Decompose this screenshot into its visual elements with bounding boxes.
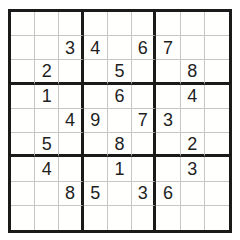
sudoku-cell-r2c3-given[interactable]: 3 xyxy=(59,36,83,60)
sudoku-cell-r2c7-given[interactable]: 7 xyxy=(156,36,180,60)
sudoku-cell-r7c9-empty[interactable] xyxy=(205,157,229,181)
sudoku-cell-r7c5-given[interactable]: 1 xyxy=(108,157,132,181)
sudoku-cell-r8c6-given[interactable]: 3 xyxy=(132,182,156,206)
sudoku-cell-r9c1-empty[interactable] xyxy=(11,206,35,230)
sudoku-cell-r9c3-empty[interactable] xyxy=(59,206,83,230)
sudoku-cell-r4c1-empty[interactable] xyxy=(11,85,35,109)
sudoku-cell-r7c8-given[interactable]: 3 xyxy=(181,157,205,181)
sudoku-cell-r2c5-empty[interactable] xyxy=(108,36,132,60)
sudoku-cell-r1c8-empty[interactable] xyxy=(181,12,205,36)
sudoku-cell-r2c6-given[interactable]: 6 xyxy=(132,36,156,60)
sudoku-cell-r9c9-empty[interactable] xyxy=(205,206,229,230)
sudoku-cell-r6c4-empty[interactable] xyxy=(84,133,108,157)
sudoku-cell-r2c2-empty[interactable] xyxy=(35,36,59,60)
sudoku-cell-r8c5-empty[interactable] xyxy=(108,182,132,206)
sudoku-cell-r9c6-empty[interactable] xyxy=(132,206,156,230)
sudoku-cell-r5c8-empty[interactable] xyxy=(181,109,205,133)
sudoku-cell-r5c9-empty[interactable] xyxy=(205,109,229,133)
sudoku-cell-r1c9-empty[interactable] xyxy=(205,12,229,36)
sudoku-cell-r2c8-empty[interactable] xyxy=(181,36,205,60)
sudoku-cell-r7c6-empty[interactable] xyxy=(132,157,156,181)
sudoku-cell-r2c9-empty[interactable] xyxy=(205,36,229,60)
sudoku-cell-r3c9-empty[interactable] xyxy=(205,60,229,84)
sudoku-cell-r7c3-empty[interactable] xyxy=(59,157,83,181)
sudoku-cell-r3c6-empty[interactable] xyxy=(132,60,156,84)
sudoku-cell-r1c3-empty[interactable] xyxy=(59,12,83,36)
sudoku-cell-r4c9-empty[interactable] xyxy=(205,85,229,109)
sudoku-cell-r3c1-empty[interactable] xyxy=(11,60,35,84)
sudoku-cell-r1c4-empty[interactable] xyxy=(84,12,108,36)
sudoku-cell-r6c7-empty[interactable] xyxy=(156,133,180,157)
sudoku-cell-r3c2-given[interactable]: 2 xyxy=(35,60,59,84)
sudoku-cell-r6c2-given[interactable]: 5 xyxy=(35,133,59,157)
sudoku-cell-r4c8-given[interactable]: 4 xyxy=(181,85,205,109)
sudoku-cell-r9c4-empty[interactable] xyxy=(84,206,108,230)
sudoku-cell-r1c2-empty[interactable] xyxy=(35,12,59,36)
sudoku-cell-r6c9-empty[interactable] xyxy=(205,133,229,157)
sudoku-cell-r8c3-given[interactable]: 8 xyxy=(59,182,83,206)
sudoku-cell-r4c2-given[interactable]: 1 xyxy=(35,85,59,109)
sudoku-cell-r2c1-empty[interactable] xyxy=(11,36,35,60)
sudoku-cell-r5c7-given[interactable]: 3 xyxy=(156,109,180,133)
sudoku-cell-r9c2-empty[interactable] xyxy=(35,206,59,230)
sudoku-cell-r8c8-empty[interactable] xyxy=(181,182,205,206)
sudoku-cell-r4c6-empty[interactable] xyxy=(132,85,156,109)
sudoku-cell-r5c4-given[interactable]: 9 xyxy=(84,109,108,133)
sudoku-cell-r7c4-empty[interactable] xyxy=(84,157,108,181)
sudoku-cell-r7c2-given[interactable]: 4 xyxy=(35,157,59,181)
sudoku-cell-r4c5-given[interactable]: 6 xyxy=(108,85,132,109)
sudoku-cell-r5c2-empty[interactable] xyxy=(35,109,59,133)
sudoku-cell-r3c5-given[interactable]: 5 xyxy=(108,60,132,84)
sudoku-cell-r6c3-empty[interactable] xyxy=(59,133,83,157)
sudoku-cell-r9c7-empty[interactable] xyxy=(156,206,180,230)
sudoku-cell-r8c7-given[interactable]: 6 xyxy=(156,182,180,206)
sudoku-cell-r4c7-empty[interactable] xyxy=(156,85,180,109)
sudoku-cell-r3c8-given[interactable]: 8 xyxy=(181,60,205,84)
sudoku-cell-r3c3-empty[interactable] xyxy=(59,60,83,84)
sudoku-cell-r1c7-empty[interactable] xyxy=(156,12,180,36)
sudoku-cell-r4c3-empty[interactable] xyxy=(59,85,83,109)
sudoku-page: 346725816449735824138536 xyxy=(0,0,240,240)
sudoku-cell-r1c1-empty[interactable] xyxy=(11,12,35,36)
sudoku-cell-r7c7-empty[interactable] xyxy=(156,157,180,181)
sudoku-cell-r7c1-empty[interactable] xyxy=(11,157,35,181)
sudoku-cell-r1c5-empty[interactable] xyxy=(108,12,132,36)
sudoku-cell-r2c4-given[interactable]: 4 xyxy=(84,36,108,60)
sudoku-cell-r8c1-empty[interactable] xyxy=(11,182,35,206)
sudoku-cell-r4c4-empty[interactable] xyxy=(84,85,108,109)
sudoku-cell-r6c1-empty[interactable] xyxy=(11,133,35,157)
sudoku-cell-r3c7-empty[interactable] xyxy=(156,60,180,84)
sudoku-cell-r9c5-empty[interactable] xyxy=(108,206,132,230)
sudoku-cell-r1c6-empty[interactable] xyxy=(132,12,156,36)
sudoku-cell-r5c5-empty[interactable] xyxy=(108,109,132,133)
sudoku-board: 346725816449735824138536 xyxy=(8,9,232,233)
sudoku-cell-r8c2-empty[interactable] xyxy=(35,182,59,206)
sudoku-cell-r6c5-given[interactable]: 8 xyxy=(108,133,132,157)
sudoku-cell-r5c3-given[interactable]: 4 xyxy=(59,109,83,133)
sudoku-cell-r6c6-empty[interactable] xyxy=(132,133,156,157)
sudoku-cell-r3c4-empty[interactable] xyxy=(84,60,108,84)
sudoku-cell-r6c8-given[interactable]: 2 xyxy=(181,133,205,157)
sudoku-cell-r5c6-given[interactable]: 7 xyxy=(132,109,156,133)
sudoku-cell-r8c9-empty[interactable] xyxy=(205,182,229,206)
sudoku-cell-r9c8-empty[interactable] xyxy=(181,206,205,230)
sudoku-cell-r8c4-given[interactable]: 5 xyxy=(84,182,108,206)
sudoku-cell-r5c1-empty[interactable] xyxy=(11,109,35,133)
